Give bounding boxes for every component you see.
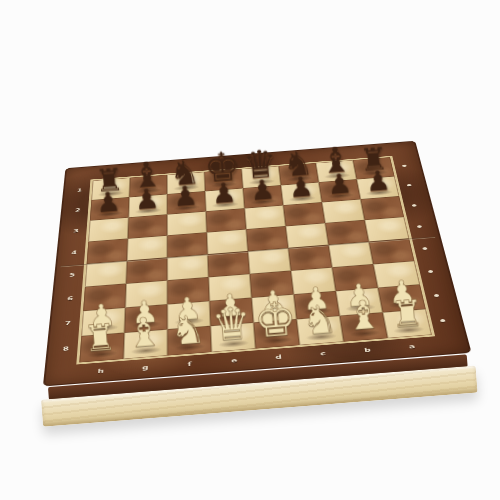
light-knight-icon: ♞ [296, 299, 343, 341]
rank-label-5: 5 [64, 272, 81, 278]
light-rook-icon: ♜ [77, 319, 124, 359]
rank-marker-dot [407, 184, 412, 187]
dark-pawn-icon: ♟ [88, 187, 129, 217]
rank-marker-dot [422, 247, 427, 250]
square-a5[interactable] [369, 238, 415, 264]
file-label-g: g [123, 361, 168, 374]
dark-pawn-e2[interactable]: ♟ [205, 188, 244, 211]
light-bishop-icon: ♝ [340, 294, 387, 337]
dark-pawn-icon: ♟ [204, 178, 245, 208]
file-label-f: f [167, 357, 212, 370]
square-c5[interactable] [288, 245, 332, 271]
dark-pawn-icon: ♟ [127, 184, 168, 214]
dark-pawn-g2[interactable]: ♟ [129, 194, 168, 217]
rank-label-3: 3 [68, 228, 84, 234]
square-f4[interactable] [167, 232, 207, 257]
light-knight-icon: ♞ [164, 309, 211, 351]
rank-label-2: 2 [70, 207, 86, 213]
dark-pawn-d2[interactable]: ♟ [243, 185, 283, 208]
light-rook-icon: ♜ [384, 295, 431, 335]
file-label-c: c [300, 347, 346, 360]
file-label-a: a [389, 340, 435, 353]
rank-marker-dot [440, 319, 446, 322]
dark-pawn-f2[interactable]: ♟ [167, 191, 206, 214]
square-d5[interactable] [248, 248, 291, 274]
rank-label-1: 1 [72, 187, 87, 193]
file-label-h: h [78, 364, 123, 377]
rank-marker-dot [402, 165, 407, 167]
rank-label-7: 7 [59, 320, 76, 327]
dark-pawn-icon: ♟ [319, 169, 360, 199]
square-h5[interactable] [85, 261, 127, 287]
dark-pawn-b2[interactable]: ♟ [319, 179, 361, 202]
dark-pawn-icon: ♟ [281, 172, 322, 202]
dark-pawn-a2[interactable]: ♟ [357, 176, 400, 199]
square-g5[interactable] [126, 257, 167, 283]
light-king-icon: ♚ [252, 294, 300, 344]
dark-pawn-h2[interactable]: ♟ [90, 197, 129, 220]
rank-marker-dot [434, 294, 439, 297]
rank-marker-dot [428, 270, 433, 273]
rank-marker-dot [417, 225, 422, 228]
square-g4[interactable] [127, 236, 167, 261]
file-label-b: b [345, 344, 391, 357]
dark-pawn-icon: ♟ [358, 166, 399, 196]
rank-label-8: 8 [57, 345, 75, 352]
file-label-e: e [212, 354, 257, 367]
chess-board: 12345678 hgfedcba ♜♝♞♚♛♞♝♜♟♟♟♟♟♟♟♟♟♟♟♟♟♟… [43, 141, 472, 387]
dark-pawn-c2[interactable]: ♟ [281, 182, 322, 205]
rank-label-6: 6 [62, 295, 79, 302]
light-queen-icon: ♛ [208, 301, 255, 348]
rank-label-4: 4 [66, 249, 82, 255]
square-e5[interactable] [208, 251, 250, 277]
square-b5[interactable] [329, 242, 374, 268]
light-rook-h8[interactable]: ♜ [79, 333, 124, 363]
chess-set-scene: 12345678 hgfedcba ♜♝♞♚♛♞♝♜♟♟♟♟♟♟♟♟♟♟♟♟♟♟… [16, 71, 482, 449]
square-f5[interactable] [167, 254, 208, 280]
dark-pawn-icon: ♟ [165, 181, 206, 211]
rank-marker-dot [412, 204, 417, 207]
file-label-d: d [256, 350, 301, 363]
light-bishop-icon: ♝ [120, 311, 167, 354]
square-a4[interactable] [365, 217, 410, 242]
dark-pawn-icon: ♟ [242, 175, 283, 205]
